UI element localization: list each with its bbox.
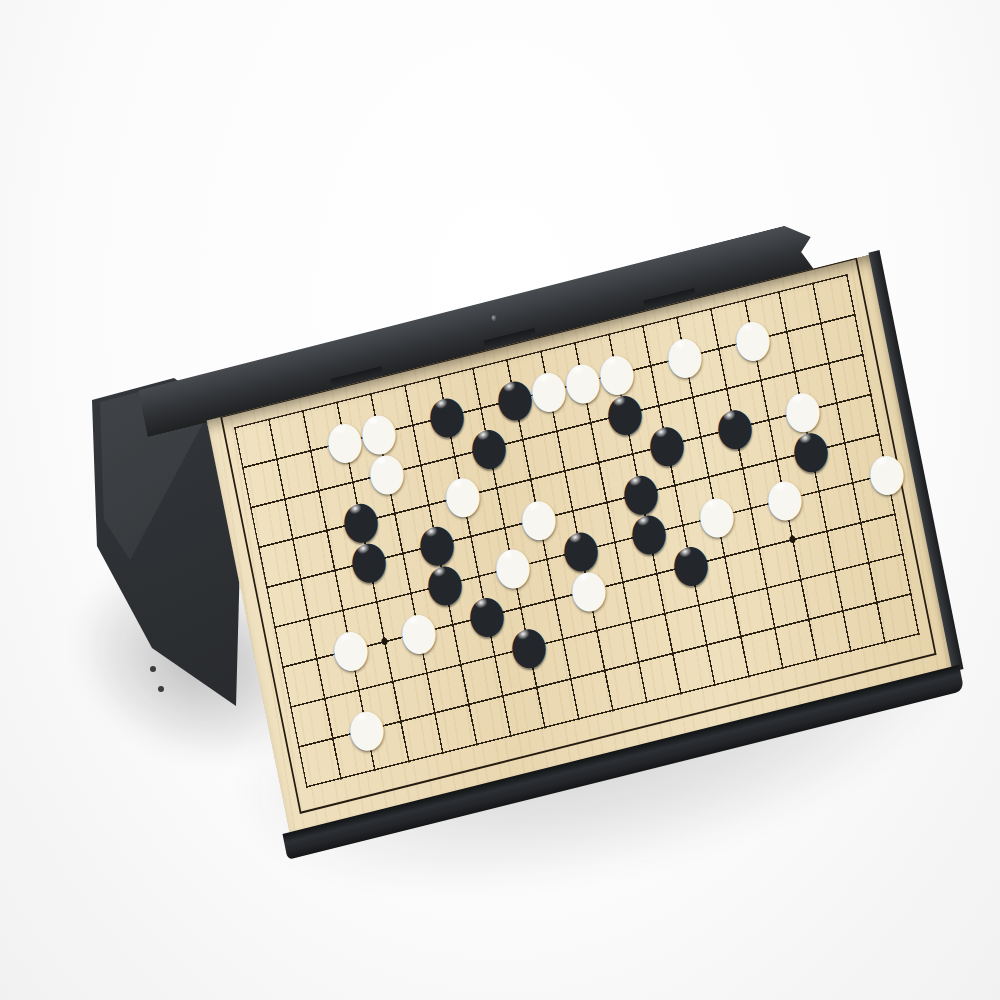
case-screw-dot <box>150 666 156 672</box>
stone-black[interactable]: ● <box>503 616 553 674</box>
stone-white[interactable]: ● <box>861 442 911 500</box>
stone-black[interactable]: ● <box>709 396 759 454</box>
stone-white[interactable]: ● <box>341 698 391 756</box>
stone-white[interactable]: ● <box>563 559 613 617</box>
stone-white[interactable]: ● <box>727 308 777 366</box>
stone-black[interactable]: ● <box>343 530 393 588</box>
stone-white[interactable]: ● <box>659 325 709 383</box>
case-screw-dot <box>158 686 164 692</box>
product-photo-scene: ●●●●●●●●●●●●●●●●●●●●●●●●●●●●●●●●●●●● <box>0 0 1000 1000</box>
hinge-pin <box>491 315 497 322</box>
stone-white[interactable]: ● <box>325 618 375 676</box>
